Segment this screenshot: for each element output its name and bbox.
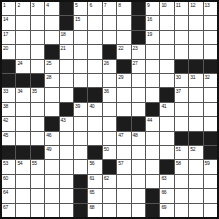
cell[interactable]: 65 xyxy=(88,189,101,202)
cell[interactable]: 11 xyxy=(175,2,188,15)
cell-number: 31 xyxy=(190,74,195,80)
cell[interactable]: 34 xyxy=(16,88,29,101)
cell[interactable] xyxy=(60,132,73,145)
cell[interactable] xyxy=(117,146,130,159)
cell[interactable]: 31 xyxy=(189,74,202,87)
cell-number: 67 xyxy=(3,204,8,210)
cell[interactable]: 3 xyxy=(31,2,44,15)
cell-number: 22 xyxy=(118,45,123,51)
cell[interactable]: 59 xyxy=(204,160,217,173)
cell-number: 46 xyxy=(46,132,51,138)
cell-number: 26 xyxy=(104,60,109,66)
cell-number: 23 xyxy=(133,45,138,51)
cell[interactable]: 21 xyxy=(60,45,73,58)
cell[interactable]: 29 xyxy=(117,74,130,87)
cell[interactable]: 32 xyxy=(204,74,217,87)
cell[interactable] xyxy=(103,204,116,217)
black-cell xyxy=(204,146,217,159)
cell-number: 66 xyxy=(161,189,166,195)
cell[interactable] xyxy=(60,146,73,159)
cell[interactable]: 30 xyxy=(175,74,188,87)
cell[interactable] xyxy=(88,60,101,73)
cell[interactable]: 43 xyxy=(60,117,73,130)
cell[interactable]: 26 xyxy=(103,60,116,73)
cell-number: 62 xyxy=(104,175,109,181)
cell[interactable] xyxy=(189,189,202,202)
cell[interactable] xyxy=(117,189,130,202)
cell[interactable] xyxy=(204,175,217,188)
cell-number: 45 xyxy=(3,132,8,138)
cell[interactable] xyxy=(45,175,58,188)
cell-number: 24 xyxy=(17,60,22,66)
cell[interactable] xyxy=(60,88,73,101)
cell[interactable] xyxy=(204,189,217,202)
cell-number: 61 xyxy=(89,175,94,181)
cell[interactable]: 12 xyxy=(189,2,202,15)
cell-number: 10 xyxy=(161,2,166,8)
black-cell xyxy=(160,88,173,101)
cell[interactable] xyxy=(175,204,188,217)
cell[interactable]: 49 xyxy=(45,146,58,159)
cell[interactable] xyxy=(132,189,145,202)
cell-number: 21 xyxy=(61,45,66,51)
cell[interactable] xyxy=(146,146,159,159)
cell-number: 48 xyxy=(133,132,138,138)
cell[interactable]: 20 xyxy=(2,45,15,58)
black-cell xyxy=(45,45,58,58)
cell[interactable] xyxy=(31,16,44,29)
black-cell xyxy=(74,189,87,202)
cell-number: 9 xyxy=(147,2,149,8)
cell[interactable] xyxy=(60,175,73,188)
cell[interactable]: 1 xyxy=(2,2,15,15)
cell-number: 42 xyxy=(3,117,8,123)
cell-number: 68 xyxy=(89,204,94,210)
cell[interactable]: 60 xyxy=(2,175,15,188)
cell[interactable] xyxy=(45,31,58,44)
cell-number: 43 xyxy=(61,117,66,123)
black-cell xyxy=(103,160,116,173)
cell[interactable]: 5 xyxy=(74,2,87,15)
cell[interactable] xyxy=(204,88,217,101)
cell[interactable] xyxy=(31,103,44,116)
cell[interactable] xyxy=(45,16,58,29)
cell[interactable]: 18 xyxy=(60,31,73,44)
cell[interactable] xyxy=(103,103,116,116)
cell[interactable]: 48 xyxy=(132,132,145,145)
cell[interactable] xyxy=(175,175,188,188)
cell-number: 13 xyxy=(205,2,210,8)
cell[interactable]: 39 xyxy=(74,103,87,116)
cell[interactable] xyxy=(204,31,217,44)
cell[interactable]: 45 xyxy=(2,132,15,145)
cell[interactable] xyxy=(45,189,58,202)
cell[interactable]: 63 xyxy=(160,175,173,188)
cell[interactable]: 57 xyxy=(117,160,130,173)
cell-number: 6 xyxy=(89,2,91,8)
cell[interactable] xyxy=(189,45,202,58)
cell-number: 29 xyxy=(118,74,123,80)
black-cell xyxy=(132,31,145,44)
cell[interactable] xyxy=(146,132,159,145)
cell-number: 20 xyxy=(3,45,8,51)
cell-number: 33 xyxy=(3,88,8,94)
cell[interactable] xyxy=(117,31,130,44)
black-cell xyxy=(16,74,29,87)
black-cell xyxy=(31,146,44,159)
black-cell xyxy=(60,2,73,15)
cell[interactable]: 8 xyxy=(117,2,130,15)
crossword-grid: 1234567891011121314151617181920212223242… xyxy=(0,0,219,219)
cell-number: 15 xyxy=(75,16,80,22)
cell[interactable]: 25 xyxy=(45,60,58,73)
cell[interactable]: 13 xyxy=(204,2,217,15)
cell[interactable] xyxy=(175,189,188,202)
cell-number: 47 xyxy=(118,132,123,138)
cell-number: 7 xyxy=(104,2,106,8)
cell[interactable] xyxy=(189,103,202,116)
black-cell xyxy=(132,2,145,15)
cell[interactable] xyxy=(160,146,173,159)
cell-number: 30 xyxy=(176,74,181,80)
cell[interactable]: 35 xyxy=(31,88,44,101)
cell[interactable] xyxy=(103,117,116,130)
cell[interactable] xyxy=(189,204,202,217)
cell[interactable] xyxy=(45,204,58,217)
black-cell xyxy=(204,60,217,73)
cell[interactable] xyxy=(16,117,29,130)
cell[interactable] xyxy=(160,60,173,73)
cell-number: 25 xyxy=(46,60,51,66)
black-cell xyxy=(103,45,116,58)
cell[interactable] xyxy=(31,132,44,145)
cell[interactable]: 41 xyxy=(160,103,173,116)
black-cell xyxy=(146,103,159,116)
cell[interactable] xyxy=(103,31,116,44)
cell[interactable]: 44 xyxy=(146,117,159,130)
cell-number: 52 xyxy=(190,146,195,152)
cell[interactable] xyxy=(103,16,116,29)
cell-number: 4 xyxy=(46,2,48,8)
cell[interactable] xyxy=(60,160,73,173)
cell[interactable] xyxy=(175,103,188,116)
cell-number: 19 xyxy=(147,31,152,37)
cell-number: 32 xyxy=(205,74,210,80)
cell[interactable]: 67 xyxy=(2,204,15,217)
black-cell xyxy=(2,74,15,87)
cell[interactable]: 4 xyxy=(45,2,58,15)
black-cell xyxy=(2,60,15,73)
cell[interactable]: 19 xyxy=(146,31,159,44)
cell[interactable]: 55 xyxy=(31,160,44,173)
cell[interactable] xyxy=(103,132,116,145)
cell-number: 44 xyxy=(147,117,152,123)
cell[interactable] xyxy=(146,60,159,73)
cell[interactable]: 40 xyxy=(88,103,101,116)
cell[interactable] xyxy=(189,117,202,130)
cell[interactable] xyxy=(160,117,173,130)
black-cell xyxy=(189,60,202,73)
cell[interactable] xyxy=(31,45,44,58)
cell[interactable]: 16 xyxy=(146,16,159,29)
cell-number: 59 xyxy=(205,160,210,166)
cell[interactable] xyxy=(204,16,217,29)
cell[interactable] xyxy=(175,16,188,29)
cell-number: 14 xyxy=(3,16,8,22)
cell[interactable] xyxy=(117,88,130,101)
cell[interactable] xyxy=(45,103,58,116)
cell[interactable] xyxy=(74,60,87,73)
cell[interactable]: 62 xyxy=(103,175,116,188)
cell[interactable] xyxy=(160,132,173,145)
cell[interactable] xyxy=(132,103,145,116)
cell[interactable]: 58 xyxy=(175,160,188,173)
cell[interactable]: 27 xyxy=(132,60,145,73)
cell[interactable]: 42 xyxy=(2,117,15,130)
cell[interactable] xyxy=(74,146,87,159)
cell[interactable]: 47 xyxy=(117,132,130,145)
cell[interactable] xyxy=(146,45,159,58)
cell[interactable]: 64 xyxy=(2,189,15,202)
cell-number: 50 xyxy=(104,146,109,152)
cell[interactable] xyxy=(31,60,44,73)
cell[interactable] xyxy=(175,45,188,58)
black-cell xyxy=(160,160,173,173)
black-cell xyxy=(117,60,130,73)
cell[interactable] xyxy=(74,117,87,130)
cell-number: 38 xyxy=(3,103,8,109)
cell-number: 57 xyxy=(118,160,123,166)
cell[interactable] xyxy=(16,45,29,58)
cell[interactable] xyxy=(45,88,58,101)
cell[interactable] xyxy=(160,31,173,44)
cell[interactable] xyxy=(16,204,29,217)
cell[interactable]: 33 xyxy=(2,88,15,101)
cell[interactable] xyxy=(16,175,29,188)
cell-number: 64 xyxy=(3,189,8,195)
cell-number: 49 xyxy=(46,146,51,152)
cell[interactable] xyxy=(31,204,44,217)
cell-number: 58 xyxy=(176,160,181,166)
cell[interactable] xyxy=(132,146,145,159)
cell[interactable] xyxy=(146,74,159,87)
cell[interactable] xyxy=(16,103,29,116)
cell[interactable] xyxy=(74,74,87,87)
cell[interactable] xyxy=(31,117,44,130)
cell[interactable] xyxy=(175,31,188,44)
black-cell xyxy=(146,189,159,202)
cell[interactable] xyxy=(88,74,101,87)
black-cell xyxy=(45,117,58,130)
cell[interactable] xyxy=(160,16,173,29)
cell[interactable] xyxy=(189,16,202,29)
cell[interactable] xyxy=(189,31,202,44)
cell-number: 53 xyxy=(3,160,8,166)
cell[interactable]: 9 xyxy=(146,2,159,15)
cell-number: 11 xyxy=(176,2,181,8)
cell[interactable] xyxy=(117,175,130,188)
cell[interactable] xyxy=(74,160,87,173)
cell[interactable]: 14 xyxy=(2,16,15,29)
cell[interactable]: 61 xyxy=(88,175,101,188)
black-cell xyxy=(146,204,159,217)
cell[interactable] xyxy=(31,175,44,188)
black-cell xyxy=(175,132,188,145)
cell[interactable] xyxy=(204,103,217,116)
cell-number: 63 xyxy=(161,175,166,181)
cell[interactable]: 17 xyxy=(2,31,15,44)
cell[interactable]: 54 xyxy=(16,160,29,173)
cell-number: 34 xyxy=(17,88,22,94)
cell-number: 36 xyxy=(104,88,109,94)
cell[interactable] xyxy=(103,189,116,202)
cell[interactable] xyxy=(204,117,217,130)
black-cell xyxy=(88,88,101,101)
cell-number: 1 xyxy=(3,2,5,8)
cell[interactable] xyxy=(146,175,159,188)
cell-number: 35 xyxy=(32,88,37,94)
black-cell xyxy=(175,60,188,73)
cell[interactable]: 69 xyxy=(160,204,173,217)
cell[interactable] xyxy=(74,132,87,145)
cell-number: 2 xyxy=(17,2,19,8)
black-cell xyxy=(132,16,145,29)
cell-number: 16 xyxy=(147,16,152,22)
cell-number: 18 xyxy=(61,31,66,37)
cell[interactable] xyxy=(117,16,130,29)
cell[interactable] xyxy=(88,45,101,58)
cell[interactable] xyxy=(74,31,87,44)
cell[interactable] xyxy=(16,16,29,29)
black-cell xyxy=(74,204,87,217)
cell[interactable]: 15 xyxy=(74,16,87,29)
black-cell xyxy=(2,146,15,159)
cell[interactable]: 53 xyxy=(2,160,15,173)
cell[interactable] xyxy=(132,74,145,87)
cell[interactable]: 68 xyxy=(88,204,101,217)
black-cell xyxy=(117,117,130,130)
cell[interactable]: 50 xyxy=(103,146,116,159)
cell[interactable] xyxy=(117,103,130,116)
cell[interactable] xyxy=(31,31,44,44)
cell[interactable]: 28 xyxy=(45,74,58,87)
cell-number: 12 xyxy=(190,2,195,8)
cell[interactable]: 66 xyxy=(160,189,173,202)
cell[interactable]: 51 xyxy=(175,146,188,159)
cell-number: 17 xyxy=(3,31,8,37)
cell-number: 54 xyxy=(17,160,22,166)
cell-number: 69 xyxy=(161,204,166,210)
black-cell xyxy=(189,132,202,145)
cell-number: 28 xyxy=(46,74,51,80)
cell-number: 56 xyxy=(89,160,94,166)
cell[interactable] xyxy=(16,132,29,145)
black-cell xyxy=(31,74,44,87)
black-cell xyxy=(74,175,87,188)
cell[interactable] xyxy=(117,204,130,217)
black-cell xyxy=(74,88,87,101)
cell-number: 39 xyxy=(75,103,80,109)
cell-number: 41 xyxy=(161,103,166,109)
cell[interactable]: 46 xyxy=(45,132,58,145)
cell[interactable] xyxy=(88,117,101,130)
cell[interactable] xyxy=(60,204,73,217)
cell[interactable] xyxy=(60,74,73,87)
black-cell xyxy=(60,103,73,116)
cell[interactable] xyxy=(146,88,159,101)
cell[interactable] xyxy=(132,204,145,217)
cell-number: 37 xyxy=(176,88,181,94)
cell[interactable]: 23 xyxy=(132,45,145,58)
cell-number: 3 xyxy=(32,2,34,8)
cell[interactable]: 2 xyxy=(16,2,29,15)
cell[interactable] xyxy=(189,175,202,188)
cell[interactable]: 7 xyxy=(103,2,116,15)
black-cell xyxy=(16,146,29,159)
cell[interactable] xyxy=(160,45,173,58)
cell[interactable]: 10 xyxy=(160,2,173,15)
cell[interactable] xyxy=(88,132,101,145)
cell[interactable] xyxy=(45,160,58,173)
cell-number: 8 xyxy=(118,2,120,8)
cell[interactable] xyxy=(103,74,116,87)
black-cell xyxy=(204,132,217,145)
cell-number: 40 xyxy=(89,103,94,109)
cell[interactable] xyxy=(146,160,159,173)
cell[interactable]: 6 xyxy=(88,2,101,15)
cell-number: 55 xyxy=(32,160,37,166)
cell[interactable] xyxy=(74,45,87,58)
cell[interactable] xyxy=(16,31,29,44)
cell[interactable] xyxy=(160,74,173,87)
cell[interactable] xyxy=(16,189,29,202)
cell-number: 51 xyxy=(176,146,181,152)
cell[interactable] xyxy=(132,88,145,101)
cell[interactable] xyxy=(189,160,202,173)
cell[interactable]: 37 xyxy=(175,88,188,101)
cell[interactable]: 22 xyxy=(117,45,130,58)
cell[interactable]: 56 xyxy=(88,160,101,173)
cell[interactable]: 24 xyxy=(16,60,29,73)
cell[interactable] xyxy=(189,88,202,101)
black-cell xyxy=(132,117,145,130)
cell[interactable] xyxy=(132,160,145,173)
cell-number: 5 xyxy=(75,2,77,8)
cell[interactable] xyxy=(175,117,188,130)
cell[interactable] xyxy=(88,16,101,29)
cell[interactable] xyxy=(60,189,73,202)
cell-number: 65 xyxy=(89,189,94,195)
black-cell xyxy=(88,146,101,159)
cell[interactable]: 38 xyxy=(2,103,15,116)
cell[interactable] xyxy=(88,31,101,44)
cell[interactable] xyxy=(132,175,145,188)
cell[interactable] xyxy=(204,45,217,58)
black-cell xyxy=(60,16,73,29)
cell[interactable]: 36 xyxy=(103,88,116,101)
cell[interactable] xyxy=(204,204,217,217)
cell-number: 27 xyxy=(133,60,138,66)
cell[interactable]: 52 xyxy=(189,146,202,159)
cell[interactable] xyxy=(31,189,44,202)
cell-number: 60 xyxy=(3,175,8,181)
cell[interactable] xyxy=(60,60,73,73)
